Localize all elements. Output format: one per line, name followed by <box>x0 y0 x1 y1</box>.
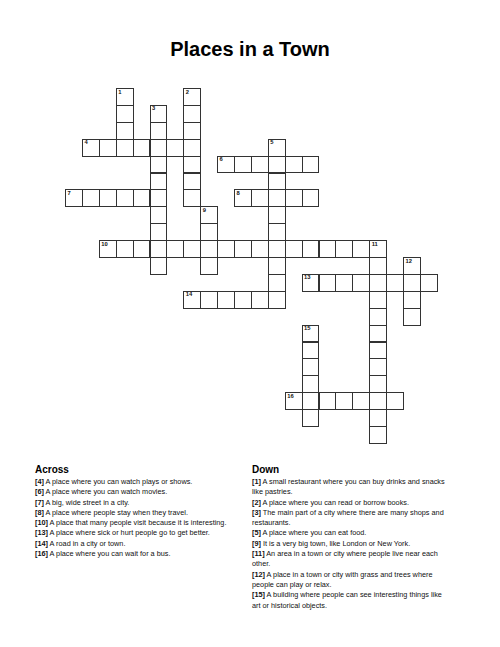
grid-cell[interactable] <box>369 342 387 360</box>
clue-number: [8] <box>35 508 44 517</box>
clue-item: [14] A road in a city or town. <box>35 539 253 549</box>
clue-number: [16] <box>35 549 48 558</box>
down-header: Down <box>252 464 452 475</box>
clue-number: [12] <box>252 570 265 579</box>
crossword-page: Places in a Town 12345678910111213141516… <box>0 0 500 647</box>
clue-text: A place where sick or hurt people go to … <box>50 528 210 537</box>
clue-item: [16] A place where you can wait for a bu… <box>35 549 253 559</box>
cell-number-label: 16 <box>287 394 293 400</box>
cell-number-label: 11 <box>372 242 378 248</box>
grid-cell[interactable] <box>285 156 303 174</box>
grid-cell[interactable]: 16 <box>285 392 303 410</box>
grid-cell[interactable] <box>116 139 134 157</box>
grid-cell[interactable] <box>403 308 421 326</box>
grid-cell[interactable] <box>268 189 286 207</box>
grid-cell[interactable] <box>386 274 404 292</box>
clue-number: [9] <box>252 539 261 548</box>
grid-cell[interactable] <box>99 139 117 157</box>
grid-cell[interactable]: 1 <box>116 88 134 106</box>
cell-number-label: 13 <box>304 275 310 281</box>
clue-item: [9] It is a very big town, like London o… <box>252 539 452 549</box>
clue-text: A place where people stay when they trav… <box>46 508 188 517</box>
clue-number: [14] <box>35 539 48 548</box>
grid-cell[interactable] <box>150 139 168 157</box>
cell-number-label: 12 <box>406 259 412 265</box>
grid-cell[interactable] <box>369 392 387 410</box>
clue-item: [2] A place where you can read or borrow… <box>252 498 452 508</box>
grid-cell[interactable] <box>302 189 320 207</box>
grid-cell[interactable] <box>150 189 168 207</box>
grid-cell[interactable] <box>369 375 387 393</box>
cell-number-label: 8 <box>237 191 240 197</box>
grid-cell[interactable] <box>369 274 387 292</box>
cell-number-label: 5 <box>270 140 273 146</box>
clue-text: A road in a city or town. <box>50 539 126 548</box>
grid-cell[interactable] <box>268 257 286 275</box>
across-header: Across <box>35 464 253 475</box>
across-clues-column: Across [4] A place where you can watch p… <box>35 464 253 559</box>
grid-cell[interactable] <box>285 189 303 207</box>
grid-cell[interactable] <box>319 274 337 292</box>
grid-cell[interactable] <box>116 189 134 207</box>
grid-cell[interactable] <box>386 392 404 410</box>
grid-cell[interactable] <box>268 156 286 174</box>
clue-text: A place where you can watch movies. <box>46 487 168 496</box>
grid-cell[interactable] <box>268 240 286 258</box>
clue-number: [10] <box>35 518 48 527</box>
grid-cell[interactable] <box>99 189 117 207</box>
clue-item: [7] A big, wide street in a city. <box>35 498 253 508</box>
grid-cell[interactable] <box>302 342 320 360</box>
cell-number-label: 14 <box>186 292 192 298</box>
clue-text: An area in a town or city where people l… <box>252 549 438 568</box>
grid-cell[interactable] <box>319 240 337 258</box>
cell-number-label: 9 <box>203 208 206 214</box>
grid-cell[interactable] <box>150 240 168 258</box>
grid-cell[interactable] <box>217 291 235 309</box>
grid-cell[interactable] <box>302 240 320 258</box>
clue-item: [13] A place where sick or hurt people g… <box>35 528 253 538</box>
clue-text: A place where you can wait for a bus. <box>50 549 171 558</box>
clue-number: [3] <box>252 508 261 517</box>
grid-cell[interactable] <box>352 240 370 258</box>
grid-cell[interactable] <box>335 274 353 292</box>
clue-item: [15] A building where people can see int… <box>252 590 452 611</box>
grid-cell[interactable] <box>150 257 168 275</box>
clue-number: [1] <box>252 477 261 486</box>
grid-cell[interactable]: 9 <box>200 206 218 224</box>
clue-item: [11] An area in a town or city where peo… <box>252 549 452 570</box>
clue-number: [11] <box>252 549 265 558</box>
grid-cell[interactable]: 13 <box>302 274 320 292</box>
grid-cell[interactable]: 2 <box>183 88 201 106</box>
clue-item: [4] A place where you can watch plays or… <box>35 477 253 487</box>
grid-cell[interactable] <box>369 409 387 427</box>
grid-cell[interactable] <box>183 173 201 191</box>
clue-number: [15] <box>252 590 265 599</box>
clue-text: A place where you can eat food. <box>263 528 367 537</box>
down-clue-list: [1] A small restaurant where you can buy… <box>252 477 452 611</box>
grid-cell[interactable] <box>268 173 286 191</box>
cell-number-label: 10 <box>101 242 107 248</box>
grid-cell[interactable] <box>234 156 252 174</box>
clue-item: [6] A place where you can watch movies. <box>35 487 253 497</box>
clue-number: [6] <box>35 487 44 496</box>
clue-text: It is a very big town, like London or Ne… <box>263 539 410 548</box>
grid-cell[interactable]: 10 <box>99 240 117 258</box>
grid-cell[interactable] <box>150 156 168 174</box>
grid-cell[interactable] <box>166 139 184 157</box>
clue-text: A big, wide street in a city. <box>46 498 130 507</box>
grid-cell[interactable] <box>116 122 134 140</box>
grid-cell[interactable] <box>403 274 421 292</box>
grid-cell[interactable]: 6 <box>217 156 235 174</box>
clue-item: [3] The main part of a city where there … <box>252 508 452 529</box>
down-clues-column: Down [1] A small restaurant where you ca… <box>252 464 452 611</box>
grid-cell[interactable] <box>133 189 151 207</box>
page-title: Places in a Town <box>0 38 500 61</box>
grid-cell[interactable]: 3 <box>150 105 168 123</box>
grid-cell[interactable] <box>369 325 387 343</box>
clue-text: A place where you can watch plays or sho… <box>46 477 193 486</box>
grid-cell[interactable] <box>268 291 286 309</box>
grid-cell[interactable] <box>150 122 168 140</box>
grid-cell[interactable] <box>234 240 252 258</box>
grid-cell[interactable] <box>302 409 320 427</box>
grid-cell[interactable] <box>369 291 387 309</box>
grid-cell[interactable] <box>183 189 201 207</box>
clue-text: A place that many people visit because i… <box>50 518 227 527</box>
grid-cell[interactable] <box>335 392 353 410</box>
grid-cell[interactable] <box>150 223 168 241</box>
cell-number-label: 1 <box>118 90 121 96</box>
grid-cell[interactable] <box>369 257 387 275</box>
grid-cell[interactable] <box>268 223 286 241</box>
grid-cell[interactable] <box>82 189 100 207</box>
across-clue-list: [4] A place where you can watch plays or… <box>35 477 253 559</box>
cell-number-label: 15 <box>304 326 310 332</box>
clue-text: A place where you can read or borrow boo… <box>263 498 409 507</box>
grid-cell[interactable] <box>234 291 252 309</box>
grid-cell[interactable]: 5 <box>268 139 286 157</box>
grid-cell[interactable] <box>302 375 320 393</box>
clue-item: [1] A small restaurant where you can buy… <box>252 477 452 498</box>
grid-cell[interactable] <box>251 291 269 309</box>
clue-item: [12] A place in a town or city with gras… <box>252 570 452 591</box>
cell-number-label: 2 <box>186 90 189 96</box>
grid-cell[interactable] <box>183 240 201 258</box>
clue-text: The main part of a city where there are … <box>252 508 444 527</box>
cell-number-label: 3 <box>152 106 155 112</box>
grid-cell[interactable] <box>335 240 353 258</box>
grid-cell[interactable] <box>285 240 303 258</box>
clue-text: A place in a town or city with grass and… <box>252 570 433 589</box>
grid-cell[interactable] <box>352 392 370 410</box>
grid-cell[interactable]: 12 <box>403 257 421 275</box>
grid-cell[interactable] <box>369 426 387 444</box>
grid-cell[interactable] <box>200 291 218 309</box>
clue-item: [5] A place where you can eat food. <box>252 528 452 538</box>
grid-cell[interactable] <box>403 291 421 309</box>
grid-cell[interactable] <box>302 392 320 410</box>
grid-cell[interactable] <box>302 358 320 376</box>
grid-cell[interactable] <box>200 257 218 275</box>
clue-item: [8] A place where people stay when they … <box>35 508 253 518</box>
grid-cell[interactable] <box>133 240 151 258</box>
grid-cell[interactable] <box>251 240 269 258</box>
grid-cell[interactable]: 14 <box>183 291 201 309</box>
grid-cell[interactable] <box>150 206 168 224</box>
cell-number-label: 6 <box>220 157 223 163</box>
grid-cell[interactable] <box>200 223 218 241</box>
clue-number: [4] <box>35 477 44 486</box>
grid-cell[interactable] <box>420 274 438 292</box>
grid-cell[interactable] <box>183 156 201 174</box>
grid-cell[interactable] <box>251 189 269 207</box>
grid-cell[interactable] <box>183 139 201 157</box>
grid-cell[interactable] <box>183 122 201 140</box>
grid-cell[interactable]: 15 <box>302 325 320 343</box>
grid-cell[interactable] <box>302 156 320 174</box>
grid-cell[interactable] <box>183 105 201 123</box>
grid-cell[interactable] <box>319 392 337 410</box>
grid-cell[interactable]: 4 <box>82 139 100 157</box>
grid-cell[interactable] <box>268 206 286 224</box>
crossword-board: 12345678910111213141516 <box>65 88 437 443</box>
grid-cell[interactable] <box>116 105 134 123</box>
clue-number: [13] <box>35 528 48 537</box>
clue-text: A building where people can see interest… <box>252 590 442 609</box>
grid-cell[interactable] <box>116 240 134 258</box>
grid-cell[interactable] <box>133 139 151 157</box>
grid-cell[interactable] <box>200 240 218 258</box>
clue-number: [5] <box>252 528 261 537</box>
grid-cell[interactable] <box>352 274 370 292</box>
grid-cell[interactable] <box>268 274 286 292</box>
grid-cell[interactable]: 8 <box>234 189 252 207</box>
cell-number-label: 7 <box>68 191 71 197</box>
clue-number: [2] <box>252 498 261 507</box>
grid-cell[interactable] <box>251 156 269 174</box>
grid-cell[interactable]: 11 <box>369 240 387 258</box>
grid-cell[interactable] <box>217 240 235 258</box>
grid-cell[interactable] <box>369 358 387 376</box>
cell-number-label: 4 <box>84 140 87 146</box>
grid-cell[interactable] <box>369 308 387 326</box>
clue-text: A small restaurant where you can buy dri… <box>252 477 445 496</box>
grid-cell[interactable]: 7 <box>65 189 83 207</box>
clue-number: [7] <box>35 498 44 507</box>
grid-cell[interactable] <box>150 173 168 191</box>
clue-item: [10] A place that many people visit beca… <box>35 518 253 528</box>
grid-cell[interactable] <box>166 240 184 258</box>
